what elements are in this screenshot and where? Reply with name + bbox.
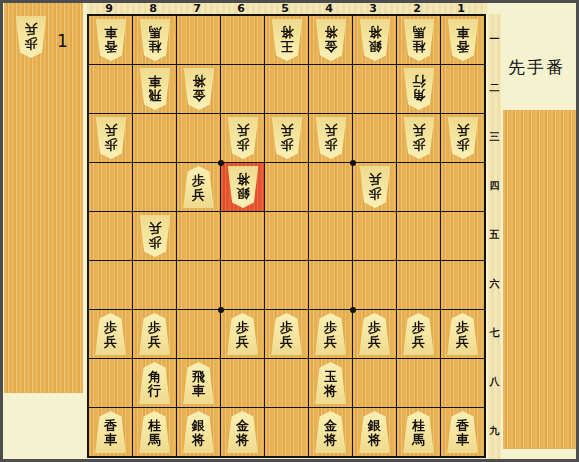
sente-hand-tray <box>503 110 577 449</box>
piece-kanji: 桂 <box>148 418 161 432</box>
square-9-7[interactable]: 歩兵 <box>89 310 132 358</box>
gote-hand-tray: 歩兵1 <box>4 3 83 393</box>
piece-kanji: 将 <box>324 26 337 40</box>
piece-kanji: 歩 <box>324 320 337 334</box>
square-7-1[interactable] <box>177 16 220 64</box>
piece-kanji: 王 <box>280 40 293 54</box>
square-5-4[interactable] <box>265 163 308 211</box>
square-1-1[interactable]: 香車 <box>441 16 484 64</box>
piece-kanji: 兵 <box>104 334 117 348</box>
square-1-2[interactable] <box>441 65 484 113</box>
piece-kanji: 香 <box>456 418 469 432</box>
square-4-5[interactable] <box>309 212 352 260</box>
square-9-3[interactable]: 歩兵 <box>89 114 132 162</box>
sente-piece-金将: 金将 <box>314 411 348 453</box>
sente-piece-銀将: 銀将 <box>358 411 392 453</box>
sente-piece-玉将: 玉将 <box>314 362 348 404</box>
square-2-8[interactable] <box>397 359 440 407</box>
square-8-2[interactable]: 飛車 <box>133 65 176 113</box>
piece-kanji: 金 <box>324 418 337 432</box>
piece-kanji: 将 <box>236 173 249 187</box>
piece-kanji: 兵 <box>148 222 161 236</box>
piece-kanji: 兵 <box>236 124 249 138</box>
piece-kanji: 兵 <box>324 124 337 138</box>
square-4-7[interactable]: 歩兵 <box>309 310 352 358</box>
piece-kanji: 歩 <box>412 320 425 334</box>
square-7-2[interactable]: 金将 <box>177 65 220 113</box>
gote-piece-歩兵: 歩兵 <box>270 117 304 159</box>
sente-piece-歩兵: 歩兵 <box>270 313 304 355</box>
gote-hand-count: 1 <box>57 31 68 51</box>
square-7-6[interactable] <box>177 261 220 309</box>
sente-piece-歩兵: 歩兵 <box>314 313 348 355</box>
square-9-9[interactable]: 香車 <box>89 408 132 456</box>
piece-kanji: 香 <box>104 418 117 432</box>
gote-piece-歩兵: 歩兵 <box>402 117 436 159</box>
file-label-9: 9 <box>87 3 131 14</box>
piece-kanji: 兵 <box>104 124 117 138</box>
square-5-8[interactable] <box>265 359 308 407</box>
piece-kanji: 車 <box>148 75 161 89</box>
piece-kanji: 歩 <box>236 138 249 152</box>
piece-kanji: 将 <box>280 26 293 40</box>
piece-kanji: 兵 <box>368 173 381 187</box>
star-point <box>218 307 224 313</box>
sente-piece-桂馬: 桂馬 <box>138 411 172 453</box>
square-6-2[interactable] <box>221 65 264 113</box>
square-4-4[interactable] <box>309 163 352 211</box>
piece-kanji: 歩 <box>25 37 38 51</box>
piece-kanji: 玉 <box>324 369 337 383</box>
gote-piece-香車: 香車 <box>94 19 128 61</box>
square-2-7[interactable]: 歩兵 <box>397 310 440 358</box>
sente-piece-銀将: 銀将 <box>182 411 216 453</box>
piece-kanji: 歩 <box>280 320 293 334</box>
rank-label-9: 九 <box>488 406 501 455</box>
square-3-1[interactable]: 銀将 <box>353 16 396 64</box>
piece-kanji: 車 <box>104 432 117 446</box>
sente-piece-歩兵: 歩兵 <box>226 313 260 355</box>
square-2-2[interactable]: 角行 <box>397 65 440 113</box>
sente-piece-桂馬: 桂馬 <box>402 411 436 453</box>
gote-piece-金将: 金将 <box>182 68 216 110</box>
piece-kanji: 行 <box>412 75 425 89</box>
piece-kanji: 歩 <box>148 320 161 334</box>
piece-kanji: 馬 <box>148 26 161 40</box>
square-8-9[interactable]: 桂馬 <box>133 408 176 456</box>
square-9-5[interactable] <box>89 212 132 260</box>
square-4-6[interactable] <box>309 261 352 309</box>
piece-kanji: 桂 <box>148 40 161 54</box>
square-8-6[interactable] <box>133 261 176 309</box>
piece-kanji: 馬 <box>412 26 425 40</box>
piece-kanji: 将 <box>324 432 337 446</box>
piece-kanji: 兵 <box>412 334 425 348</box>
gote-piece-桂馬: 桂馬 <box>138 19 172 61</box>
square-9-6[interactable] <box>89 261 132 309</box>
piece-kanji: 車 <box>456 26 469 40</box>
gote-piece-飛車: 飛車 <box>138 68 172 110</box>
piece-kanji: 車 <box>192 383 205 397</box>
piece-kanji: 兵 <box>280 334 293 348</box>
piece-kanji: 兵 <box>412 124 425 138</box>
piece-kanji: 歩 <box>368 320 381 334</box>
gote-piece-歩兵: 歩兵 <box>138 215 172 257</box>
piece-kanji: 桂 <box>412 40 425 54</box>
square-5-2[interactable] <box>265 65 308 113</box>
square-5-9[interactable] <box>265 408 308 456</box>
square-5-7[interactable]: 歩兵 <box>265 310 308 358</box>
piece-kanji: 車 <box>456 432 469 446</box>
star-point <box>350 307 356 313</box>
square-3-4[interactable]: 歩兵 <box>353 163 396 211</box>
square-2-3[interactable]: 歩兵 <box>397 114 440 162</box>
square-2-9[interactable]: 桂馬 <box>397 408 440 456</box>
gote-piece-香車: 香車 <box>446 19 480 61</box>
file-labels: 987654321 <box>87 3 487 14</box>
square-1-6[interactable] <box>441 261 484 309</box>
gote-piece-銀将: 銀将 <box>226 166 260 208</box>
square-4-1[interactable]: 金将 <box>309 16 352 64</box>
shogi-board: 香車桂馬王将金将銀将桂馬香車飛車金将角行歩兵歩兵歩兵歩兵歩兵歩兵歩兵銀将歩兵歩兵… <box>87 14 486 458</box>
piece-kanji: 銀 <box>368 40 381 54</box>
square-2-4[interactable] <box>397 163 440 211</box>
piece-kanji: 飛 <box>192 369 205 383</box>
piece-kanji: 歩 <box>412 138 425 152</box>
piece-kanji: 桂 <box>412 418 425 432</box>
square-6-5[interactable] <box>221 212 264 260</box>
square-4-8[interactable]: 玉将 <box>309 359 352 407</box>
piece-kanji: 飛 <box>148 89 161 103</box>
piece-kanji: 角 <box>412 89 425 103</box>
piece-kanji: 香 <box>456 40 469 54</box>
piece-kanji: 車 <box>104 26 117 40</box>
piece-kanji: 歩 <box>104 138 117 152</box>
file-label-1: 1 <box>439 3 483 14</box>
star-point <box>218 160 224 166</box>
gote-piece-銀将: 銀将 <box>358 19 392 61</box>
square-1-7[interactable]: 歩兵 <box>441 310 484 358</box>
square-3-2[interactable] <box>353 65 396 113</box>
piece-kanji: 兵 <box>236 334 249 348</box>
square-8-3[interactable] <box>133 114 176 162</box>
sente-piece-香車: 香車 <box>94 411 128 453</box>
gote-piece-王将: 王将 <box>270 19 304 61</box>
square-4-2[interactable] <box>309 65 352 113</box>
square-1-4[interactable] <box>441 163 484 211</box>
piece-kanji: 歩 <box>104 320 117 334</box>
file-label-8: 8 <box>131 3 175 14</box>
square-6-4[interactable]: 銀将 <box>221 163 264 211</box>
rank-label-2: 二 <box>488 63 501 112</box>
square-7-9[interactable]: 銀将 <box>177 408 220 456</box>
piece-kanji: 歩 <box>456 138 469 152</box>
piece-kanji: 兵 <box>456 334 469 348</box>
square-7-8[interactable]: 飛車 <box>177 359 220 407</box>
square-8-4[interactable] <box>133 163 176 211</box>
file-label-5: 5 <box>263 3 307 14</box>
rank-label-3: 三 <box>488 112 501 161</box>
square-7-7[interactable] <box>177 310 220 358</box>
sente-piece-飛車: 飛車 <box>182 362 216 404</box>
square-5-5[interactable] <box>265 212 308 260</box>
file-label-7: 7 <box>175 3 219 14</box>
square-3-3[interactable] <box>353 114 396 162</box>
square-3-8[interactable] <box>353 359 396 407</box>
piece-kanji: 歩 <box>192 173 205 187</box>
piece-kanji: 将 <box>368 26 381 40</box>
sente-piece-歩兵: 歩兵 <box>358 313 392 355</box>
rank-label-1: 一 <box>488 14 501 63</box>
rank-labels: 一二三四五六七八九 <box>488 14 501 459</box>
rank-label-8: 八 <box>488 357 501 406</box>
rank-label-7: 七 <box>488 308 501 357</box>
square-9-4[interactable] <box>89 163 132 211</box>
square-9-1[interactable]: 香車 <box>89 16 132 64</box>
gote-piece-金将: 金将 <box>314 19 348 61</box>
sente-piece-香車: 香車 <box>446 411 480 453</box>
square-7-3[interactable] <box>177 114 220 162</box>
square-8-5[interactable]: 歩兵 <box>133 212 176 260</box>
file-label-2: 2 <box>395 3 439 14</box>
turn-indicator: 先手番 <box>508 56 565 79</box>
rank-label-6: 六 <box>488 259 501 308</box>
piece-kanji: 兵 <box>148 334 161 348</box>
piece-kanji: 歩 <box>368 187 381 201</box>
square-3-9[interactable]: 銀将 <box>353 408 396 456</box>
rank-label-4: 四 <box>488 161 501 210</box>
square-3-5[interactable] <box>353 212 396 260</box>
square-4-9[interactable]: 金将 <box>309 408 352 456</box>
gote-piece-歩兵: 歩兵 <box>226 117 260 159</box>
piece-kanji: 将 <box>368 432 381 446</box>
gote-piece-歩兵: 歩兵 <box>314 117 348 159</box>
sente-piece-歩兵: 歩兵 <box>182 166 216 208</box>
square-6-8[interactable] <box>221 359 264 407</box>
file-label-4: 4 <box>307 3 351 14</box>
square-5-3[interactable]: 歩兵 <box>265 114 308 162</box>
sente-piece-歩兵: 歩兵 <box>446 313 480 355</box>
piece-kanji: 金 <box>236 418 249 432</box>
square-2-6[interactable] <box>397 261 440 309</box>
square-8-7[interactable]: 歩兵 <box>133 310 176 358</box>
gote-piece-角行: 角行 <box>402 68 436 110</box>
piece-kanji: 馬 <box>148 432 161 446</box>
file-label-6: 6 <box>219 3 263 14</box>
sente-piece-歩兵: 歩兵 <box>402 313 436 355</box>
piece-kanji: 兵 <box>192 187 205 201</box>
square-5-1[interactable]: 王将 <box>265 16 308 64</box>
square-3-7[interactable]: 歩兵 <box>353 310 396 358</box>
gote-hand-pieces: 歩兵1 <box>14 16 68 58</box>
square-4-3[interactable]: 歩兵 <box>309 114 352 162</box>
square-6-7[interactable]: 歩兵 <box>221 310 264 358</box>
square-1-3[interactable]: 歩兵 <box>441 114 484 162</box>
piece-kanji: 将 <box>236 432 249 446</box>
square-9-2[interactable] <box>89 65 132 113</box>
gote-piece-歩兵[interactable]: 歩兵 <box>14 16 48 58</box>
piece-kanji: 歩 <box>148 236 161 250</box>
square-7-5[interactable] <box>177 212 220 260</box>
file-label-3: 3 <box>351 3 395 14</box>
square-6-3[interactable]: 歩兵 <box>221 114 264 162</box>
piece-kanji: 将 <box>192 75 205 89</box>
gote-piece-歩兵: 歩兵 <box>94 117 128 159</box>
piece-kanji: 金 <box>192 89 205 103</box>
piece-kanji: 兵 <box>456 124 469 138</box>
square-9-8[interactable] <box>89 359 132 407</box>
gote-piece-歩兵: 歩兵 <box>358 166 392 208</box>
piece-kanji: 香 <box>104 40 117 54</box>
square-7-4[interactable]: 歩兵 <box>177 163 220 211</box>
piece-kanji: 銀 <box>368 418 381 432</box>
star-point <box>350 160 356 166</box>
piece-kanji: 馬 <box>412 432 425 446</box>
piece-kanji: 行 <box>148 383 161 397</box>
sente-piece-歩兵: 歩兵 <box>94 313 128 355</box>
square-5-6[interactable] <box>265 261 308 309</box>
shogi-app: 歩兵1 987654321 香車桂馬王将金将銀将桂馬香車飛車金将角行歩兵歩兵歩兵… <box>0 0 579 462</box>
square-6-1[interactable] <box>221 16 264 64</box>
piece-kanji: 歩 <box>456 320 469 334</box>
piece-kanji: 将 <box>324 383 337 397</box>
piece-kanji: 歩 <box>324 138 337 152</box>
square-6-9[interactable]: 金将 <box>221 408 264 456</box>
sente-piece-角行: 角行 <box>138 362 172 404</box>
piece-kanji: 将 <box>192 432 205 446</box>
square-3-6[interactable] <box>353 261 396 309</box>
piece-kanji: 兵 <box>324 334 337 348</box>
square-2-1[interactable]: 桂馬 <box>397 16 440 64</box>
piece-kanji: 兵 <box>368 334 381 348</box>
piece-kanji: 兵 <box>25 23 38 37</box>
sente-piece-歩兵: 歩兵 <box>138 313 172 355</box>
square-6-6[interactable] <box>221 261 264 309</box>
piece-kanji: 銀 <box>192 418 205 432</box>
square-1-9[interactable]: 香車 <box>441 408 484 456</box>
sente-piece-金将: 金将 <box>226 411 260 453</box>
square-2-5[interactable] <box>397 212 440 260</box>
square-8-8[interactable]: 角行 <box>133 359 176 407</box>
gote-piece-桂馬: 桂馬 <box>402 19 436 61</box>
piece-kanji: 歩 <box>236 320 249 334</box>
gote-piece-歩兵: 歩兵 <box>446 117 480 159</box>
piece-kanji: 角 <box>148 369 161 383</box>
square-8-1[interactable]: 桂馬 <box>133 16 176 64</box>
rank-label-5: 五 <box>488 210 501 259</box>
piece-kanji: 歩 <box>280 138 293 152</box>
square-1-5[interactable] <box>441 212 484 260</box>
piece-kanji: 兵 <box>280 124 293 138</box>
piece-kanji: 銀 <box>236 187 249 201</box>
square-1-8[interactable] <box>441 359 484 407</box>
piece-kanji: 金 <box>324 40 337 54</box>
